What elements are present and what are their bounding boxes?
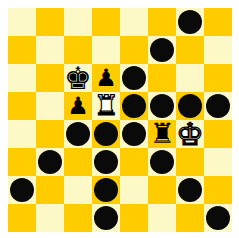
dot-marker (38, 150, 62, 174)
dot-marker (66, 122, 90, 146)
dot-marker (206, 206, 230, 230)
square-f5[interactable] (148, 92, 176, 120)
square-a1[interactable] (8, 204, 36, 232)
square-e4[interactable] (120, 120, 148, 148)
square-b3[interactable] (36, 148, 64, 176)
square-b8[interactable] (36, 8, 64, 36)
square-c4[interactable] (64, 120, 92, 148)
square-h6[interactable] (204, 64, 232, 92)
square-g3[interactable] (176, 148, 204, 176)
square-a8[interactable] (8, 8, 36, 36)
square-e1[interactable] (120, 204, 148, 232)
square-e3[interactable] (120, 148, 148, 176)
board-grid: ♚♟♟♜♜♚ (8, 8, 232, 232)
square-b6[interactable] (36, 64, 64, 92)
square-c3[interactable] (64, 148, 92, 176)
square-f8[interactable] (148, 8, 176, 36)
square-f7[interactable] (148, 36, 176, 64)
dot-marker (150, 94, 174, 118)
piece-black-pawn: ♟ (67, 92, 89, 120)
square-d5[interactable]: ♜ (92, 92, 120, 120)
dot-marker (150, 38, 174, 62)
square-h7[interactable] (204, 36, 232, 64)
dot-marker (10, 178, 34, 202)
square-g8[interactable] (176, 8, 204, 36)
square-b5[interactable] (36, 92, 64, 120)
square-d2[interactable] (92, 176, 120, 204)
square-g7[interactable] (176, 36, 204, 64)
square-a4[interactable] (8, 120, 36, 148)
dot-marker (122, 122, 146, 146)
square-d8[interactable] (92, 8, 120, 36)
piece-black-pawn: ♟ (95, 64, 117, 92)
dot-marker (150, 150, 174, 174)
square-e5[interactable] (120, 92, 148, 120)
square-h2[interactable] (204, 176, 232, 204)
square-h8[interactable] (204, 8, 232, 36)
piece-black-rook: ♜ (149, 120, 174, 148)
piece-black-king: ♚ (64, 64, 92, 92)
dot-marker (178, 178, 202, 202)
square-g2[interactable] (176, 176, 204, 204)
square-c2[interactable] (64, 176, 92, 204)
square-d3[interactable] (92, 148, 120, 176)
square-e8[interactable] (120, 8, 148, 36)
square-d7[interactable] (92, 36, 120, 64)
square-e6[interactable] (120, 64, 148, 92)
square-d6[interactable]: ♟ (92, 64, 120, 92)
square-b7[interactable] (36, 36, 64, 64)
square-b4[interactable] (36, 120, 64, 148)
piece-white-king: ♚ (176, 120, 204, 148)
square-f1[interactable] (148, 204, 176, 232)
square-f2[interactable] (148, 176, 176, 204)
square-a7[interactable] (8, 36, 36, 64)
square-a6[interactable] (8, 64, 36, 92)
dot-marker (122, 66, 146, 90)
square-d1[interactable] (92, 204, 120, 232)
square-g1[interactable] (176, 204, 204, 232)
square-e7[interactable] (120, 36, 148, 64)
square-a2[interactable] (8, 176, 36, 204)
square-c5[interactable]: ♟ (64, 92, 92, 120)
square-e2[interactable] (120, 176, 148, 204)
square-g4[interactable]: ♚ (176, 120, 204, 148)
square-h4[interactable] (204, 120, 232, 148)
dot-marker (178, 94, 202, 118)
dot-marker (178, 10, 202, 34)
piece-white-rook: ♜ (93, 92, 118, 120)
square-a3[interactable] (8, 148, 36, 176)
dot-marker (206, 94, 230, 118)
dot-marker (122, 94, 146, 118)
square-h1[interactable] (204, 204, 232, 232)
square-f3[interactable] (148, 148, 176, 176)
chess-board: ♚♟♟♜♜♚ (8, 8, 232, 232)
square-h5[interactable] (204, 92, 232, 120)
square-b1[interactable] (36, 204, 64, 232)
square-a5[interactable] (8, 92, 36, 120)
square-d4[interactable] (92, 120, 120, 148)
dot-marker (94, 150, 118, 174)
square-c6[interactable]: ♚ (64, 64, 92, 92)
square-h3[interactable] (204, 148, 232, 176)
square-c1[interactable] (64, 204, 92, 232)
dot-marker (94, 178, 118, 202)
square-f4[interactable]: ♜ (148, 120, 176, 148)
square-b2[interactable] (36, 176, 64, 204)
square-c8[interactable] (64, 8, 92, 36)
square-g6[interactable] (176, 64, 204, 92)
square-f6[interactable] (148, 64, 176, 92)
dot-marker (94, 122, 118, 146)
dot-marker (94, 206, 118, 230)
